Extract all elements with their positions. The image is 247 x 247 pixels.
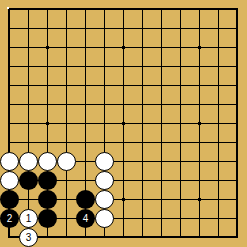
black-stone bbox=[76, 190, 95, 209]
star-point bbox=[198, 46, 201, 49]
star-point bbox=[122, 122, 125, 125]
star-point bbox=[198, 198, 201, 201]
star-point bbox=[122, 198, 125, 201]
go-board: 2143 bbox=[0, 0, 247, 247]
white-stone bbox=[0, 171, 19, 190]
white-stone bbox=[95, 209, 114, 228]
black-stone bbox=[19, 171, 38, 190]
black-stone bbox=[0, 190, 19, 209]
star-point bbox=[122, 46, 125, 49]
white-stone bbox=[95, 190, 114, 209]
white-stone-move-1: 1 bbox=[19, 209, 38, 228]
star-point bbox=[46, 46, 49, 49]
star-point bbox=[46, 122, 49, 125]
board-intersections: 2143 bbox=[0, 0, 247, 247]
white-stone bbox=[95, 152, 114, 171]
white-stone bbox=[95, 171, 114, 190]
black-stone bbox=[38, 190, 57, 209]
black-stone-move-4: 4 bbox=[76, 209, 95, 228]
white-stone bbox=[38, 152, 57, 171]
white-stone bbox=[57, 152, 76, 171]
black-stone bbox=[38, 209, 57, 228]
white-stone bbox=[0, 152, 19, 171]
black-stone bbox=[38, 171, 57, 190]
white-stone bbox=[19, 152, 38, 171]
star-point bbox=[198, 122, 201, 125]
white-stone-move-3: 3 bbox=[19, 228, 38, 247]
black-stone-move-2: 2 bbox=[0, 209, 19, 228]
corner-artifact bbox=[7, 7, 9, 9]
